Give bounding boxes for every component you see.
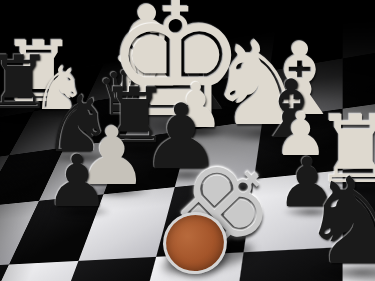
black-knight-glyph: ♞ — [299, 162, 375, 281]
black-knight-b: ♞ — [299, 162, 375, 281]
black-pawn-a: ♟ — [45, 145, 110, 217]
pieces-layer: ♝♛♜♞♜♝♛♝♚♟♞♝♜♞♟♟♜♟♟♟♞♚ — [0, 0, 375, 281]
chess-3d-render-scene: ♝♛♜♞♜♝♛♝♚♟♞♝♜♞♟♟♜♟♟♟♞♚ — [0, 0, 375, 281]
black-pawn-glyph: ♟ — [45, 145, 110, 217]
